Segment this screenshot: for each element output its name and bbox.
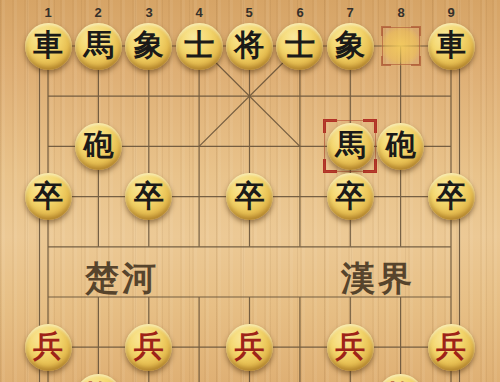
piece-black-horse[interactable]: 馬 [75,23,122,70]
piece-glyph: 卒 [33,181,63,211]
file-label-1: 1 [40,5,56,21]
piece-glyph: 馬 [83,30,113,60]
marker-edge [382,27,420,65]
piece-glyph: 象 [134,30,164,60]
piece-black-elephant[interactable]: 象 [125,23,172,70]
piece-glyph: 兵 [335,331,365,361]
piece-black-cannon[interactable]: 砲 [75,123,122,170]
piece-glyph: 象 [335,30,365,60]
file-label-4: 4 [191,5,207,21]
piece-glyph: 兵 [235,331,265,361]
file-label-6: 6 [292,5,308,21]
piece-black-soldier[interactable]: 卒 [125,173,172,220]
last-move-origin-marker [382,27,420,65]
piece-glyph: 車 [33,30,63,60]
piece-glyph: 士 [285,30,315,60]
piece-black-chariot[interactable]: 車 [25,23,72,70]
piece-black-soldier[interactable]: 卒 [25,173,72,220]
piece-glyph: 砲 [386,130,416,160]
piece-glyph: 将 [235,30,265,60]
piece-glyph: 卒 [436,181,466,211]
piece-glyph: 兵 [436,331,466,361]
piece-glyph: 砲 [83,130,113,160]
file-label-5: 5 [241,5,257,21]
piece-red-soldier[interactable]: 兵 [25,324,72,371]
piece-glyph: 卒 [134,181,164,211]
piece-glyph: 車 [436,30,466,60]
piece-red-soldier[interactable]: 兵 [226,324,273,371]
xiangqi-board[interactable]: 1 2 3 4 5 6 7 8 9 楚河 漢界 車馬象士将士象車砲馬砲卒卒卒卒卒… [0,0,500,382]
piece-black-cannon[interactable]: 砲 [377,123,424,170]
river-label-han-jie: 漢界 [341,256,415,302]
file-label-7: 7 [342,5,358,21]
piece-red-soldier[interactable]: 兵 [428,324,475,371]
piece-black-advisor[interactable]: 士 [176,23,223,70]
piece-glyph: 士 [184,30,214,60]
file-label-8: 8 [393,5,409,21]
file-label-2: 2 [90,5,106,21]
piece-black-soldier[interactable]: 卒 [226,173,273,220]
piece-glyph: 馬 [335,130,365,160]
piece-black-elephant[interactable]: 象 [327,23,374,70]
piece-black-soldier[interactable]: 卒 [327,173,374,220]
piece-glyph: 兵 [134,331,164,361]
piece-black-advisor[interactable]: 士 [276,23,323,70]
piece-black-horse[interactable]: 馬 [327,123,374,170]
piece-black-chariot[interactable]: 車 [428,23,475,70]
file-label-9: 9 [443,5,459,21]
piece-black-general[interactable]: 将 [226,23,273,70]
river-label-chu-he: 楚河 [85,256,159,302]
file-label-3: 3 [141,5,157,21]
piece-red-soldier[interactable]: 兵 [327,324,374,371]
piece-glyph: 卒 [335,181,365,211]
piece-glyph: 兵 [33,331,63,361]
piece-black-soldier[interactable]: 卒 [428,173,475,220]
piece-glyph: 卒 [235,181,265,211]
piece-red-soldier[interactable]: 兵 [125,324,172,371]
